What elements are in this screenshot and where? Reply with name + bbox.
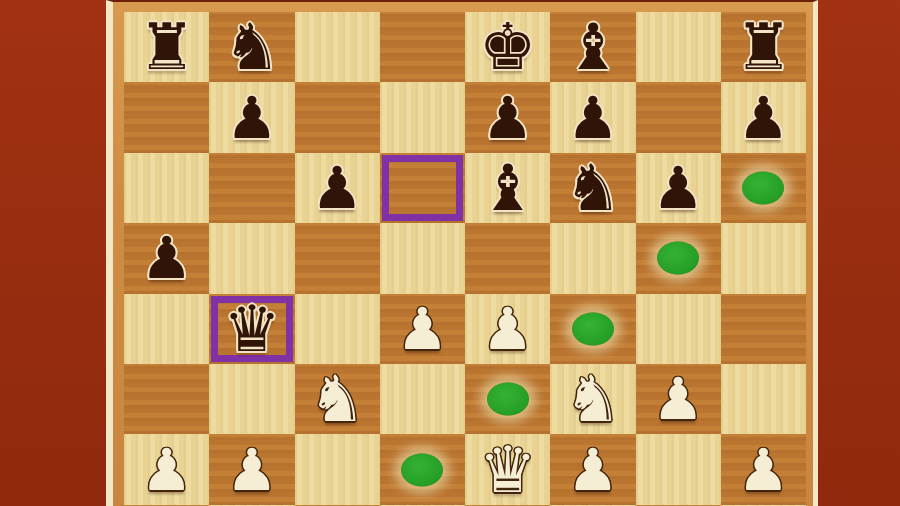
chess-board: ♜♞♚♝♜♟♟♟♟♟♝♞♟♟♛♟♟♞♞♟♟♟♛♟♟ — [124, 12, 806, 506]
legal-move-dot-h6[interactable] — [742, 171, 784, 204]
square-d7[interactable] — [380, 82, 465, 152]
square-d2[interactable] — [380, 434, 465, 504]
square-d8[interactable] — [380, 12, 465, 82]
square-h8[interactable]: ♜ — [721, 12, 806, 82]
square-e3[interactable] — [465, 364, 550, 434]
square-f5[interactable] — [550, 223, 635, 293]
board-frame: ♜♞♚♝♜♟♟♟♟♟♝♞♟♟♛♟♟♞♞♟♟♟♛♟♟ — [106, 0, 818, 506]
piece-black-knight-b8[interactable]: ♞ — [209, 12, 294, 82]
square-b3[interactable] — [209, 364, 294, 434]
piece-black-bishop-f8[interactable]: ♝ — [550, 12, 635, 82]
square-e4[interactable]: ♟ — [465, 294, 550, 364]
legal-move-dot-e3[interactable] — [487, 383, 529, 416]
square-d6[interactable] — [380, 153, 465, 223]
square-c6[interactable]: ♟ — [295, 153, 380, 223]
square-g5[interactable] — [636, 223, 721, 293]
square-a4[interactable] — [124, 294, 209, 364]
piece-black-pawn-a5[interactable]: ♟ — [124, 223, 209, 293]
square-b7[interactable]: ♟ — [209, 82, 294, 152]
piece-white-pawn-d4[interactable]: ♟ — [380, 294, 465, 364]
square-g4[interactable] — [636, 294, 721, 364]
piece-black-knight-f6[interactable]: ♞ — [550, 153, 635, 223]
square-a7[interactable] — [124, 82, 209, 152]
square-h4[interactable] — [721, 294, 806, 364]
square-e8[interactable]: ♚ — [465, 12, 550, 82]
square-e2[interactable]: ♛ — [465, 434, 550, 504]
piece-black-rook-a8[interactable]: ♜ — [124, 12, 209, 82]
square-c7[interactable] — [295, 82, 380, 152]
piece-white-pawn-f2[interactable]: ♟ — [550, 434, 635, 504]
piece-black-queen-b4[interactable]: ♛ — [209, 294, 294, 364]
square-d3[interactable] — [380, 364, 465, 434]
square-b6[interactable] — [209, 153, 294, 223]
square-c8[interactable] — [295, 12, 380, 82]
square-a8[interactable]: ♜ — [124, 12, 209, 82]
square-c4[interactable] — [295, 294, 380, 364]
square-d4[interactable]: ♟ — [380, 294, 465, 364]
square-g6[interactable]: ♟ — [636, 153, 721, 223]
piece-black-pawn-b7[interactable]: ♟ — [209, 82, 294, 152]
board-grid: ♜♞♚♝♜♟♟♟♟♟♝♞♟♟♛♟♟♞♞♟♟♟♛♟♟ — [124, 12, 806, 506]
piece-white-knight-c3[interactable]: ♞ — [295, 364, 380, 434]
square-h5[interactable] — [721, 223, 806, 293]
piece-white-pawn-h2[interactable]: ♟ — [721, 434, 806, 504]
square-h3[interactable] — [721, 364, 806, 434]
piece-black-rook-h8[interactable]: ♜ — [721, 12, 806, 82]
square-f7[interactable]: ♟ — [550, 82, 635, 152]
piece-black-king-e8[interactable]: ♚ — [465, 12, 550, 82]
square-f4[interactable] — [550, 294, 635, 364]
piece-black-pawn-c6[interactable]: ♟ — [295, 153, 380, 223]
square-g8[interactable] — [636, 12, 721, 82]
square-f8[interactable]: ♝ — [550, 12, 635, 82]
piece-black-pawn-h7[interactable]: ♟ — [721, 82, 806, 152]
app-background: { "game": "chess", "app": { "description… — [0, 0, 900, 506]
square-a2[interactable]: ♟ — [124, 434, 209, 504]
square-b2[interactable]: ♟ — [209, 434, 294, 504]
square-g3[interactable]: ♟ — [636, 364, 721, 434]
square-e5[interactable] — [465, 223, 550, 293]
legal-move-dot-f4[interactable] — [572, 312, 614, 345]
square-g7[interactable] — [636, 82, 721, 152]
square-f2[interactable]: ♟ — [550, 434, 635, 504]
piece-black-bishop-e6[interactable]: ♝ — [465, 153, 550, 223]
square-h2[interactable]: ♟ — [721, 434, 806, 504]
square-b5[interactable] — [209, 223, 294, 293]
square-d5[interactable] — [380, 223, 465, 293]
piece-white-queen-e2[interactable]: ♛ — [465, 434, 550, 504]
square-f3[interactable]: ♞ — [550, 364, 635, 434]
square-e6[interactable]: ♝ — [465, 153, 550, 223]
square-e7[interactable]: ♟ — [465, 82, 550, 152]
square-f6[interactable]: ♞ — [550, 153, 635, 223]
piece-white-pawn-a2[interactable]: ♟ — [124, 434, 209, 504]
piece-white-pawn-e4[interactable]: ♟ — [465, 294, 550, 364]
square-h6[interactable] — [721, 153, 806, 223]
legal-move-dot-g5[interactable] — [657, 242, 699, 275]
square-a5[interactable]: ♟ — [124, 223, 209, 293]
square-c2[interactable] — [295, 434, 380, 504]
square-b8[interactable]: ♞ — [209, 12, 294, 82]
legal-move-dot-d2[interactable] — [401, 453, 443, 486]
square-c3[interactable]: ♞ — [295, 364, 380, 434]
piece-white-pawn-g3[interactable]: ♟ — [636, 364, 721, 434]
piece-black-pawn-f7[interactable]: ♟ — [550, 82, 635, 152]
square-a6[interactable] — [124, 153, 209, 223]
square-h7[interactable]: ♟ — [721, 82, 806, 152]
square-b4[interactable]: ♛ — [209, 294, 294, 364]
piece-black-pawn-g6[interactable]: ♟ — [636, 153, 721, 223]
last-move-highlight-d6 — [382, 155, 463, 221]
square-g2[interactable] — [636, 434, 721, 504]
square-a3[interactable] — [124, 364, 209, 434]
square-c5[interactable] — [295, 223, 380, 293]
piece-black-pawn-e7[interactable]: ♟ — [465, 82, 550, 152]
piece-white-pawn-b2[interactable]: ♟ — [209, 434, 294, 504]
piece-white-knight-f3[interactable]: ♞ — [550, 364, 635, 434]
